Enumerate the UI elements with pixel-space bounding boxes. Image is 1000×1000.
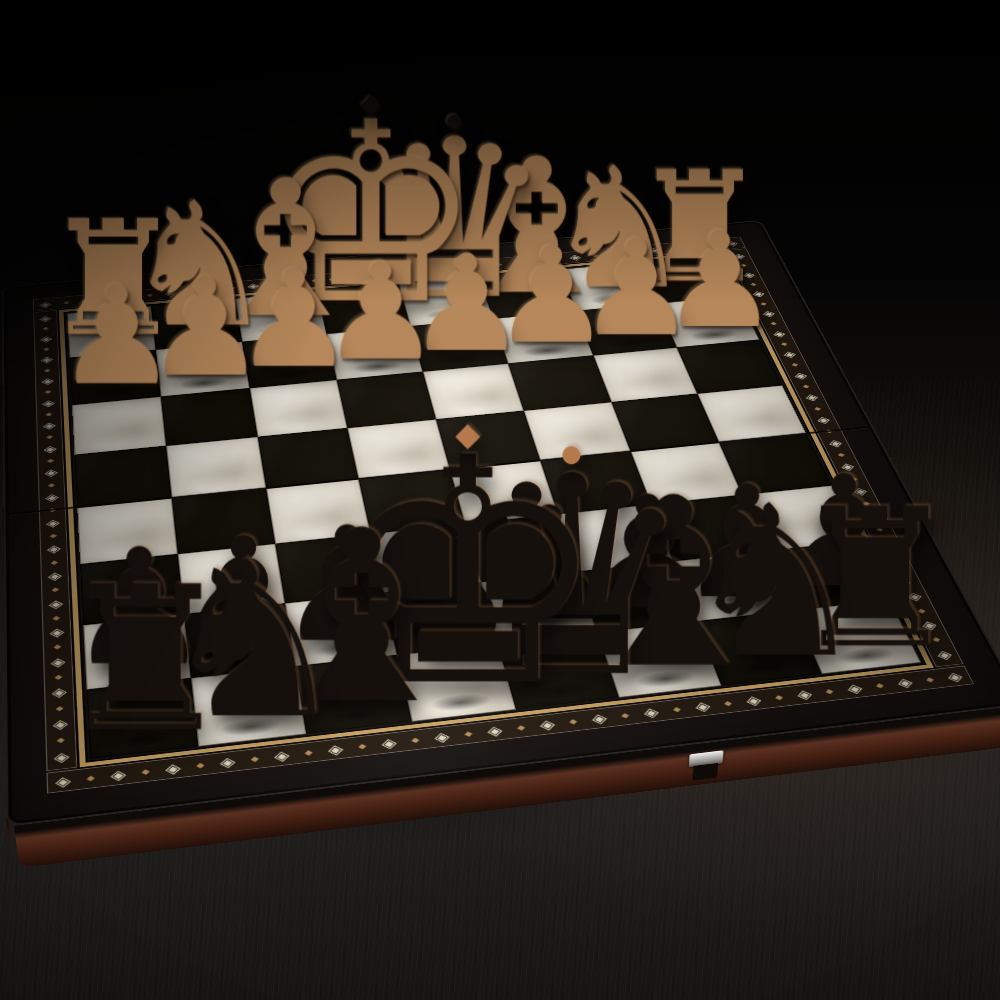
latch-housing — [692, 763, 718, 781]
scene: ◈◆◈◆◈◆◈◆◈◆◈◆◈◆◈◆◈◆◈◆◈◆◈◆◈◆◈◆◈◆◈◆◈◆◈ ◈◆◈◆… — [0, 0, 1000, 1000]
chess-board-case: ◈◆◈◆◈◆◈◆◈◆◈◆◈◆◈◆◈◆◈◆◈◆◈◆◈◆◈◆◈◆◈◆◈◆◈ ◈◆◈◆… — [2, 220, 1000, 826]
square-h8: ♜ — [87, 678, 199, 759]
black-king-finial: ◆ — [455, 418, 480, 451]
black-rook: ♜ — [56, 560, 235, 760]
square-h2: ♟ — [70, 350, 162, 405]
white-pawn: ♟ — [56, 267, 178, 403]
white-king-finial: ◆ — [361, 91, 381, 117]
photo-canvas: ◈◆◈◆◈◆◈◆◈◆◈◆◈◆◈◆◈◆◈◆◈◆◈◆◈◆◈◆◈◆◈◆◈◆◈ ◈◆◈◆… — [0, 0, 1000, 1000]
